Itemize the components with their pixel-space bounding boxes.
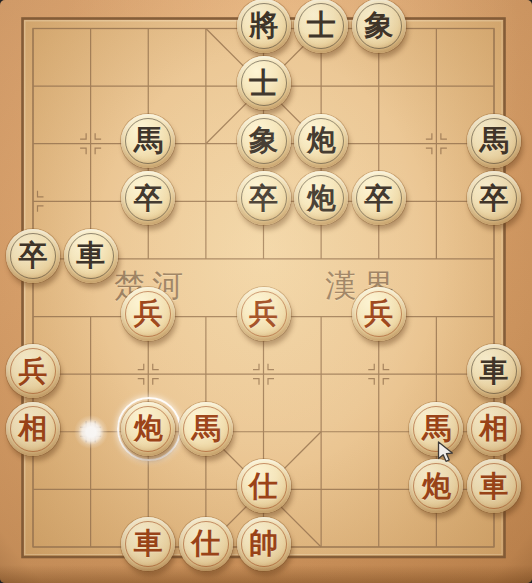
piece-glyph: 象 [249, 126, 278, 155]
piece-glyph: 炮 [307, 184, 336, 213]
piece-glyph: 相 [19, 414, 48, 443]
piece-black-chariot[interactable]: 車 [64, 229, 118, 283]
piece-glyph: 車 [134, 529, 163, 558]
piece-glyph: 兵 [364, 299, 393, 328]
piece-black-advisor[interactable]: 士 [294, 0, 348, 53]
piece-glyph: 士 [307, 11, 336, 40]
piece-red-horse[interactable]: 馬 [179, 402, 233, 456]
piece-glyph: 車 [480, 357, 509, 386]
piece-glyph: 卒 [19, 241, 48, 270]
piece-glyph: 兵 [249, 299, 278, 328]
piece-red-general[interactable]: 帥 [237, 517, 291, 571]
piece-glyph: 炮 [422, 472, 451, 501]
piece-glyph: 仕 [191, 529, 220, 558]
piece-black-soldier[interactable]: 卒 [352, 171, 406, 225]
piece-red-advisor[interactable]: 仕 [237, 459, 291, 513]
piece-black-chariot[interactable]: 車 [467, 344, 521, 398]
piece-glyph: 車 [480, 472, 509, 501]
piece-glyph: 卒 [134, 184, 163, 213]
piece-red-chariot[interactable]: 車 [467, 459, 521, 513]
piece-glyph: 士 [249, 69, 278, 98]
piece-black-soldier[interactable]: 卒 [237, 171, 291, 225]
piece-glyph: 將 [249, 11, 278, 40]
piece-glyph: 卒 [480, 184, 509, 213]
piece-glyph: 車 [76, 241, 105, 270]
piece-glyph: 馬 [134, 126, 163, 155]
piece-glyph: 相 [480, 414, 509, 443]
piece-glyph: 炮 [134, 414, 163, 443]
piece-black-cannon[interactable]: 炮 [294, 114, 348, 168]
piece-black-advisor[interactable]: 士 [237, 56, 291, 110]
piece-red-cannon[interactable]: 炮 [121, 402, 175, 456]
piece-black-horse[interactable]: 馬 [467, 114, 521, 168]
piece-glyph: 帥 [249, 529, 278, 558]
piece-red-elephant[interactable]: 相 [467, 402, 521, 456]
piece-red-chariot[interactable]: 車 [121, 517, 175, 571]
piece-glyph: 馬 [480, 126, 509, 155]
piece-red-soldier[interactable]: 兵 [121, 287, 175, 341]
piece-red-soldier[interactable]: 兵 [6, 344, 60, 398]
piece-black-general[interactable]: 將 [237, 0, 291, 53]
piece-red-elephant[interactable]: 相 [6, 402, 60, 456]
piece-red-horse[interactable]: 馬 [409, 402, 463, 456]
piece-red-advisor[interactable]: 仕 [179, 517, 233, 571]
piece-glyph: 象 [364, 11, 393, 40]
piece-black-soldier[interactable]: 卒 [6, 229, 60, 283]
piece-glyph: 兵 [134, 299, 163, 328]
piece-glyph: 卒 [364, 184, 393, 213]
piece-glyph: 兵 [19, 357, 48, 386]
piece-glyph: 卒 [249, 184, 278, 213]
xiangqi-board: 楚河 漢界 將士象士馬象炮馬卒卒炮卒卒卒車兵兵兵兵車相炮馬馬相仕炮車車仕帥 [0, 0, 532, 583]
piece-red-soldier[interactable]: 兵 [237, 287, 291, 341]
piece-red-soldier[interactable]: 兵 [352, 287, 406, 341]
piece-black-horse[interactable]: 馬 [121, 114, 175, 168]
piece-glyph: 馬 [422, 414, 451, 443]
piece-black-elephant[interactable]: 象 [352, 0, 406, 53]
piece-black-soldier[interactable]: 卒 [467, 171, 521, 225]
piece-glyph: 炮 [307, 126, 336, 155]
piece-black-elephant[interactable]: 象 [237, 114, 291, 168]
piece-glyph: 馬 [191, 414, 220, 443]
piece-glyph: 仕 [249, 472, 278, 501]
